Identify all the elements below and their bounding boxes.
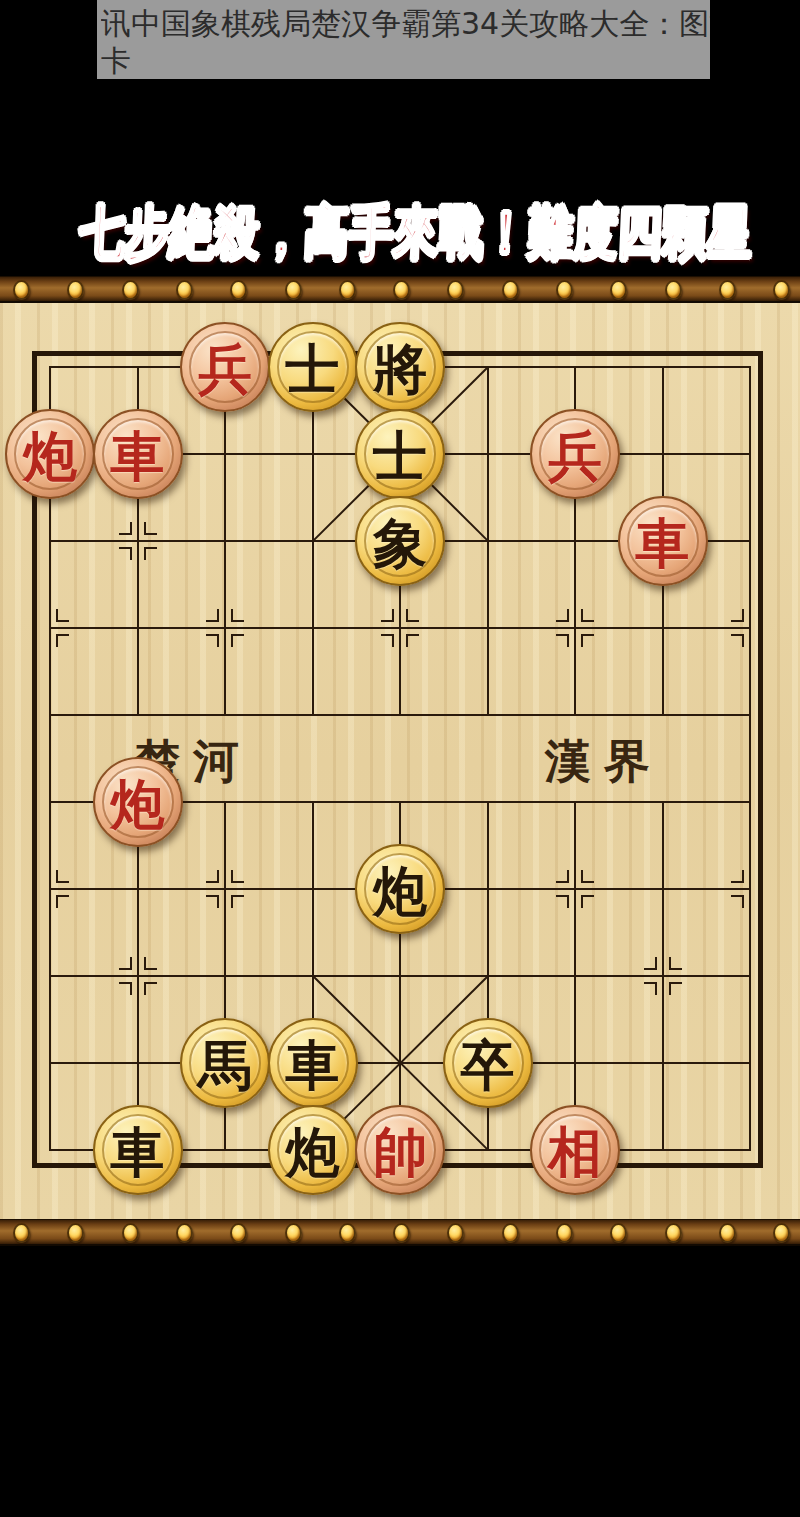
gold-stud [285,1223,302,1243]
gold-stud [447,1223,464,1243]
gold-stud [502,1223,519,1243]
piece-black-advisor[interactable]: 士 [355,409,445,499]
piece-character: 炮 [7,411,93,501]
point-marker [731,870,744,883]
gold-stud [719,1223,736,1243]
piece-character: 將 [357,324,443,414]
gold-stud [230,280,247,300]
piece-character: 帥 [357,1107,443,1197]
piece-black-cannon[interactable]: 炮 [355,844,445,934]
point-marker [144,547,157,560]
stud-bar-top [0,276,800,303]
point-marker [231,870,244,883]
footer-black [0,1246,800,1517]
point-marker [581,870,594,883]
gold-stud [773,280,790,300]
gold-stud [339,280,356,300]
point-marker [731,634,744,647]
gold-stud [67,1223,84,1243]
river-label-right: 漢界 [545,731,663,793]
point-marker [56,609,69,622]
gold-stud [447,280,464,300]
piece-red-chariot[interactable]: 車 [93,409,183,499]
gold-stud [556,1223,573,1243]
gold-stud [285,280,302,300]
point-marker [381,609,394,622]
point-marker [56,895,69,908]
piece-red-general[interactable]: 帥 [355,1105,445,1195]
piece-character: 士 [357,411,443,501]
piece-character: 炮 [95,759,181,849]
point-marker [556,870,569,883]
grid-line [662,802,664,1151]
piece-black-chariot[interactable]: 車 [93,1105,183,1195]
piece-red-elephant[interactable]: 相 [530,1105,620,1195]
point-marker [119,982,132,995]
gold-stud [176,1223,193,1243]
point-marker [144,957,157,970]
grid-line [137,802,139,1151]
piece-red-cannon[interactable]: 炮 [5,409,95,499]
point-marker [206,609,219,622]
point-marker [406,609,419,622]
piece-black-cannon[interactable]: 炮 [268,1105,358,1195]
piece-black-advisor[interactable]: 士 [268,322,358,412]
piece-black-general[interactable]: 將 [355,322,445,412]
point-marker [644,957,657,970]
piece-character: 車 [95,411,181,501]
gold-stud [13,1223,30,1243]
banner-text: 七步絶殺，高手來戰！難度四顆星 [78,195,721,273]
gold-stud [67,280,84,300]
gold-stud [719,280,736,300]
gold-stud [773,1223,790,1243]
point-marker [231,895,244,908]
piece-black-pawn[interactable]: 卒 [443,1018,533,1108]
grid-line [224,367,226,716]
gold-stud [665,1223,682,1243]
piece-character: 車 [270,1020,356,1110]
point-marker [56,870,69,883]
point-marker [144,982,157,995]
point-marker [206,870,219,883]
gold-stud [393,280,410,300]
gold-stud [122,280,139,300]
piece-character: 車 [95,1107,181,1197]
piece-black-elephant[interactable]: 象 [355,496,445,586]
point-marker [144,522,157,535]
point-marker [206,895,219,908]
gold-stud [13,280,30,300]
point-marker [56,634,69,647]
piece-character: 炮 [357,846,443,936]
point-marker [581,609,594,622]
piece-character: 象 [357,498,443,588]
point-marker [206,634,219,647]
gold-stud [665,280,682,300]
stud-bar-bottom [0,1219,800,1246]
gold-stud [122,1223,139,1243]
point-marker [381,634,394,647]
piece-red-cannon[interactable]: 炮 [93,757,183,847]
point-marker [119,957,132,970]
gold-stud [610,1223,627,1243]
point-marker [581,634,594,647]
piece-red-pawn[interactable]: 兵 [180,322,270,412]
point-marker [581,895,594,908]
gold-stud [610,280,627,300]
piece-character: 相 [532,1107,618,1197]
piece-character: 兵 [182,324,268,414]
piece-character: 車 [620,498,706,588]
screenshot-root: 讯中国象棋残局楚汉争霸第34关攻略大全：图文解析教 卡 七步絶殺，高手來戰！難度… [0,0,800,1517]
point-marker [231,634,244,647]
gold-stud [393,1223,410,1243]
point-marker [119,547,132,560]
piece-black-chariot[interactable]: 車 [268,1018,358,1108]
piece-character: 馬 [182,1020,268,1110]
point-marker [231,609,244,622]
piece-red-pawn[interactable]: 兵 [530,409,620,499]
point-marker [731,609,744,622]
piece-character: 兵 [532,411,618,501]
point-marker [669,982,682,995]
gold-stud [502,280,519,300]
piece-character: 卒 [445,1020,531,1110]
gold-stud [339,1223,356,1243]
piece-red-chariot[interactable]: 車 [618,496,708,586]
grid-line [574,802,576,1151]
grid-line [749,367,751,1150]
piece-black-horse[interactable]: 馬 [180,1018,270,1108]
point-marker [731,895,744,908]
point-marker [669,957,682,970]
piece-character: 士 [270,324,356,414]
gold-stud [176,280,193,300]
point-marker [556,609,569,622]
page-title-line1: 讯中国象棋残局楚汉争霸第34关攻略大全：图文解析教 [101,5,710,42]
page-title-line2: 卡 [101,42,710,79]
page-title: 讯中国象棋残局楚汉争霸第34关攻略大全：图文解析教 卡 [97,0,710,79]
board-area[interactable]: 楚河 漢界 兵士將炮車士兵象車炮炮馬車卒車炮帥相 [0,303,800,1219]
piece-character: 炮 [270,1107,356,1197]
point-marker [406,634,419,647]
point-marker [556,634,569,647]
point-marker [556,895,569,908]
point-marker [644,982,657,995]
point-marker [119,522,132,535]
gold-stud [230,1223,247,1243]
gold-stud [556,280,573,300]
